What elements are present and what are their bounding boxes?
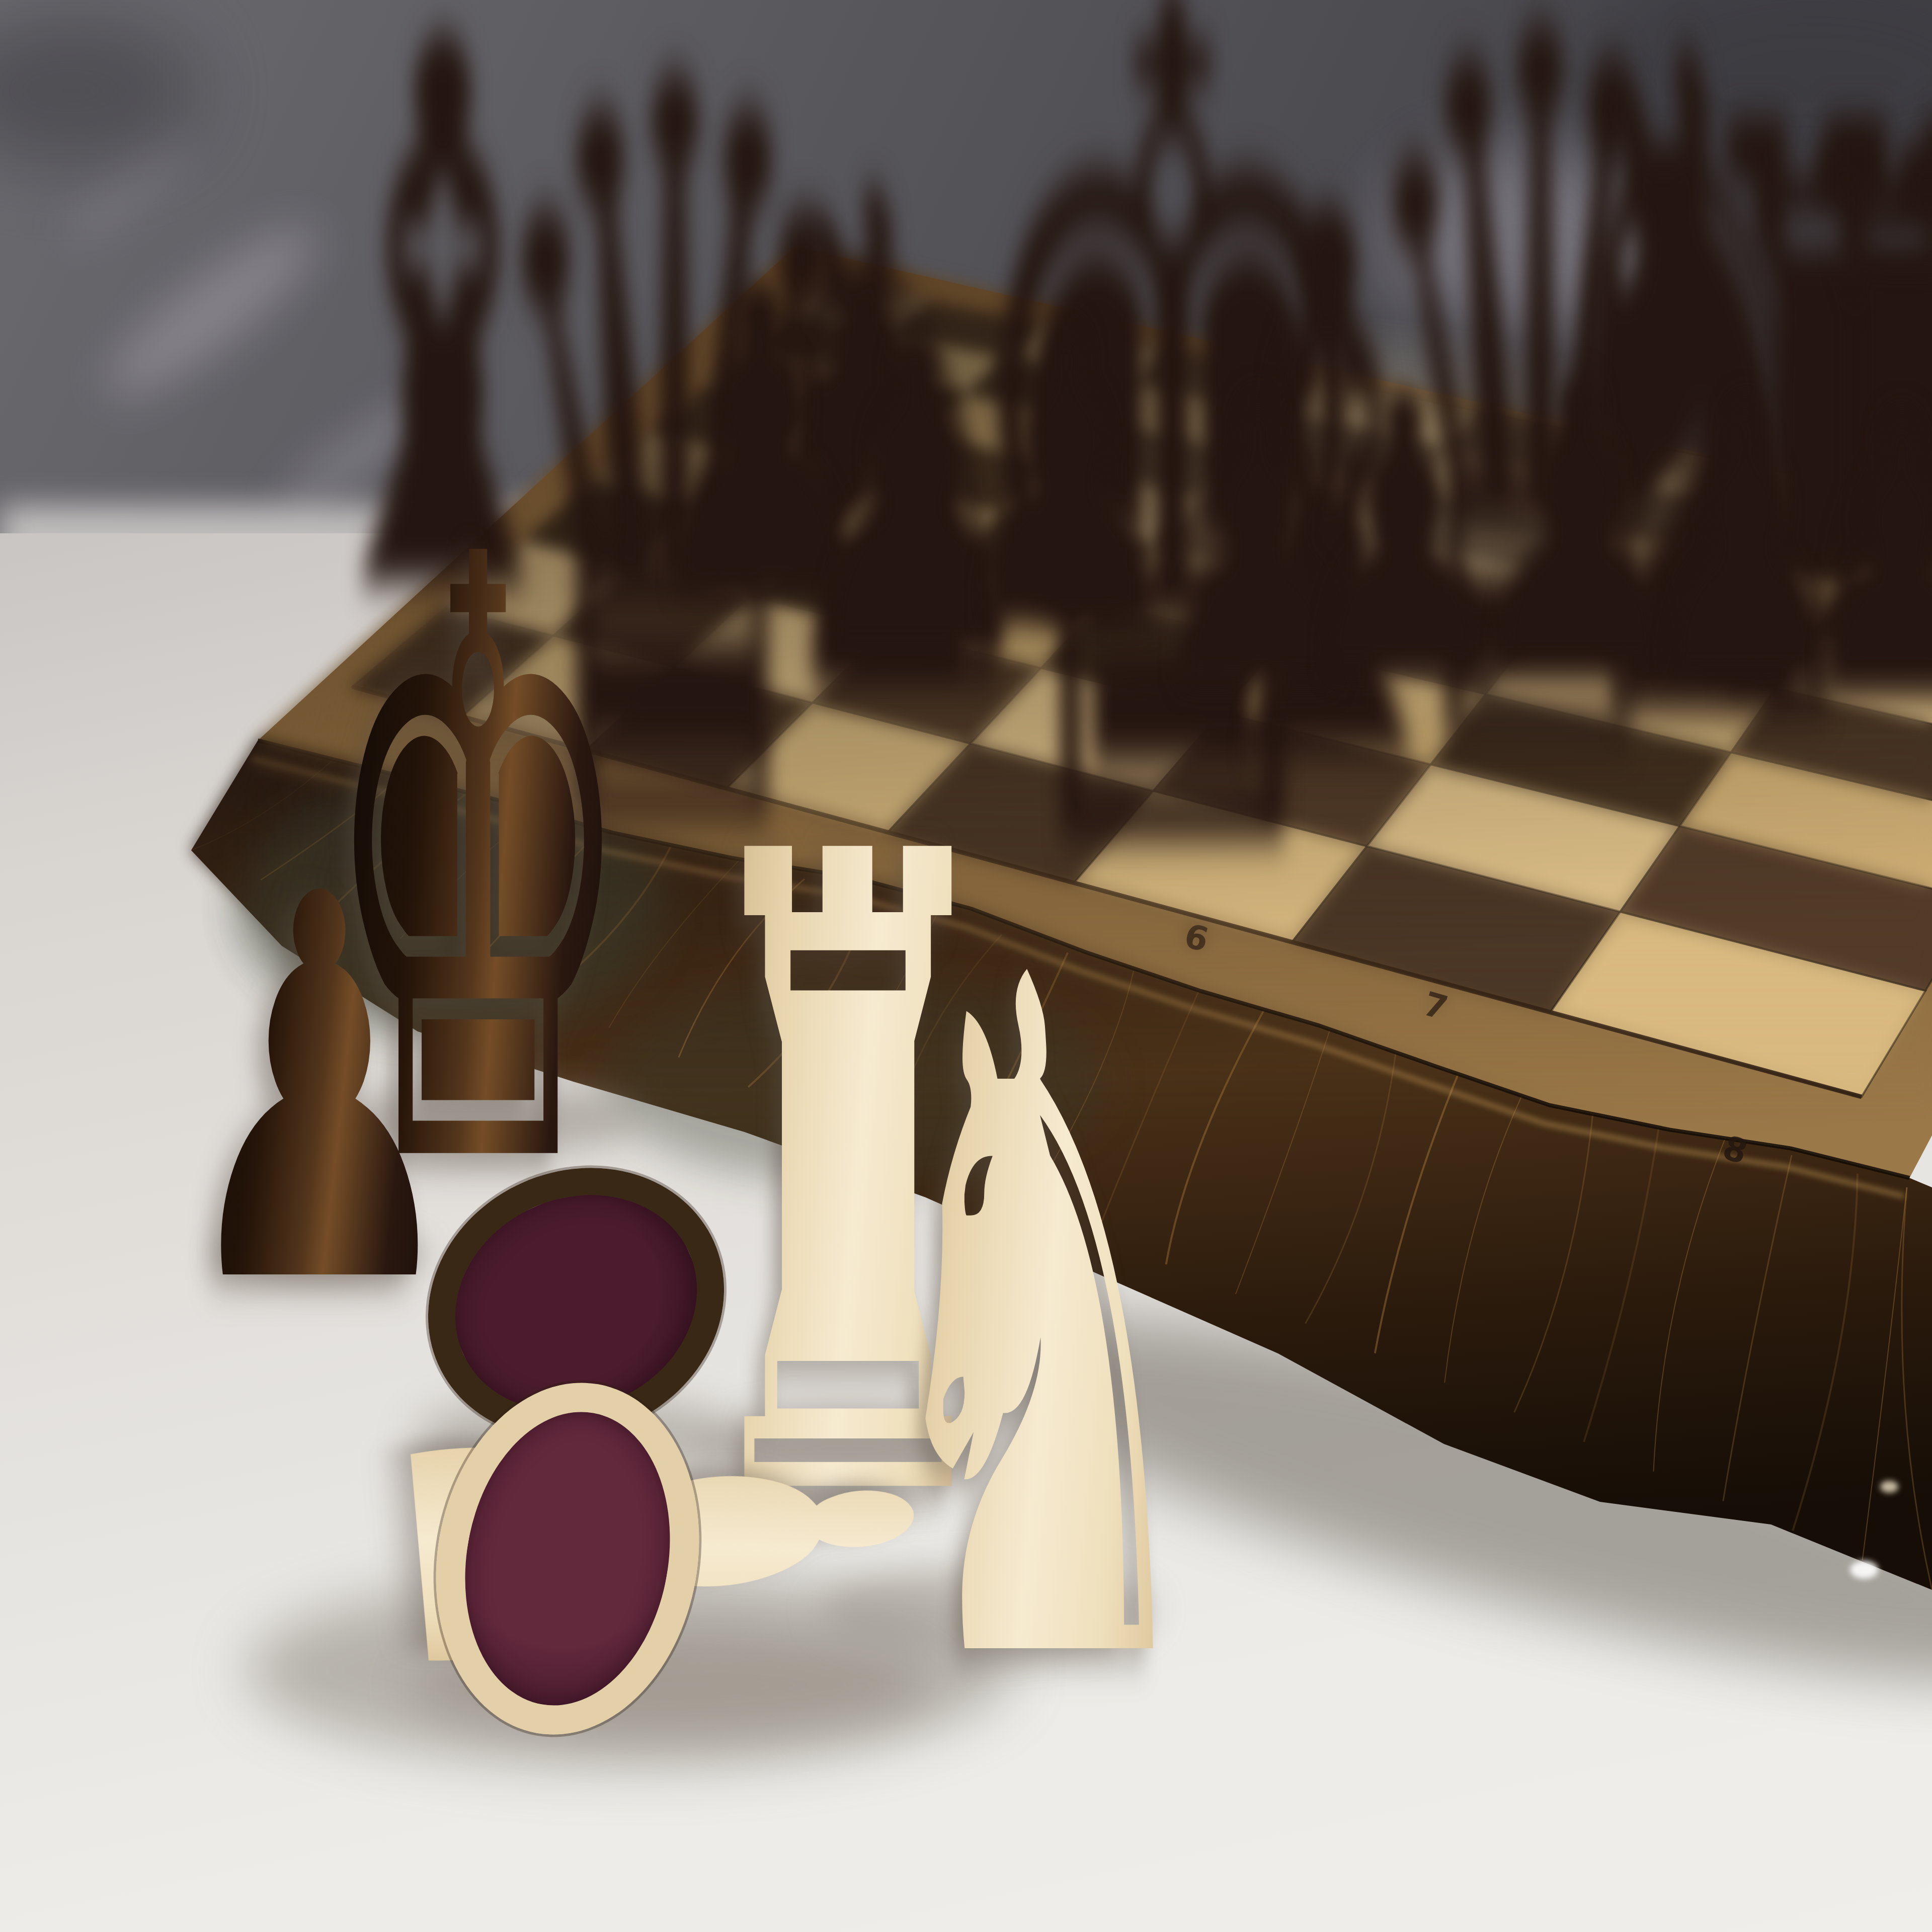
off-board-foreground-pieces: ♚♟♜♞♟ [0,0,1932,1932]
chess-photo-scene: 678 ♝♛♞♚♝♛♞♜♜♟♟♟♟♟♟♟♟ ♚♟♜♞♟ 678678 [0,0,1932,1932]
